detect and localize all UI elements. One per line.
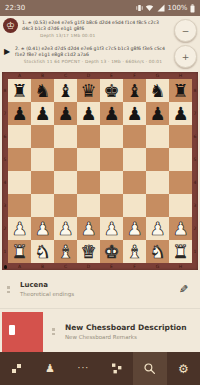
white-rook: ♜ <box>172 240 188 263</box>
white-pawn: ♟ <box>103 217 119 240</box>
square-f2[interactable]: ♟ <box>123 217 146 240</box>
square-b1[interactable]: ♞ <box>31 240 54 263</box>
red-thumbnail[interactable] <box>2 312 43 353</box>
square-e3[interactable] <box>100 194 123 217</box>
gear-icon: ⚙ <box>178 363 189 375</box>
black-pawn: ♟ <box>149 102 165 125</box>
black-pawn: ♟ <box>172 102 188 125</box>
more-tab[interactable]: ··· <box>67 352 100 385</box>
coord-label: 4 <box>2 171 8 194</box>
document-icon <box>9 325 15 335</box>
rank-labels-left: 87654321 <box>2 79 8 263</box>
square-e8[interactable]: ♚ <box>100 79 123 102</box>
square-g5[interactable] <box>146 148 169 171</box>
coord-label: E <box>100 72 123 79</box>
coord-label: H <box>169 263 192 270</box>
square-a8[interactable]: ♜ <box>8 79 31 102</box>
coord-label: 6 <box>2 125 8 148</box>
coord-label: B <box>31 263 54 270</box>
list-item-lucena[interactable]: Lucena Theoretical endings ✎ <box>0 272 200 308</box>
edit-pencil-icon[interactable]: ✎ <box>179 283 188 296</box>
square-b2[interactable]: ♟ <box>31 217 54 240</box>
square-a7[interactable]: ♟ <box>8 102 31 125</box>
black-pawn: ♟ <box>80 102 96 125</box>
clock: 22:30 <box>5 4 25 12</box>
square-f3[interactable] <box>123 194 146 217</box>
coord-label: D <box>77 263 100 270</box>
square-c7[interactable]: ♟ <box>54 102 77 125</box>
black-pawn: ♟ <box>103 102 119 125</box>
bottom-nav-bar: ♟ ··· ⚙ <box>0 352 200 385</box>
moves-tab[interactable] <box>100 352 133 385</box>
coord-label: F <box>123 263 146 270</box>
black-bishop: ♝ <box>57 79 73 102</box>
settings-tab[interactable]: ⚙ <box>167 352 200 385</box>
square-e4[interactable] <box>100 171 123 194</box>
square-b7[interactable]: ♟ <box>31 102 54 125</box>
square-a2[interactable]: ♟ <box>8 217 31 240</box>
white-knight: ♞ <box>149 240 165 263</box>
black-knight: ♞ <box>149 79 165 102</box>
white-pawn: ♟ <box>34 217 50 240</box>
side-to-move-indicator <box>4 265 8 269</box>
coord-label: G <box>146 72 169 79</box>
decrease-lines-button[interactable]: − <box>174 19 197 42</box>
square-d2[interactable]: ♟ <box>77 217 100 240</box>
square-f4[interactable] <box>123 171 146 194</box>
square-a1[interactable]: ♜ <box>8 240 31 263</box>
white-bishop: ♝ <box>126 240 142 263</box>
item-subtitle: Theoretical endings <box>20 291 74 297</box>
pieces-tab[interactable]: ♟ <box>33 352 66 385</box>
square-a5[interactable] <box>8 148 31 171</box>
search-icon <box>143 362 156 375</box>
coord-label: A <box>8 263 31 270</box>
square-c4[interactable] <box>54 171 77 194</box>
square-e2[interactable]: ♟ <box>100 217 123 240</box>
white-pawn: ♟ <box>11 217 27 240</box>
wifi-icon <box>145 4 154 12</box>
black-king: ♚ <box>103 79 119 102</box>
engine-line-2-moves: 2. ± (0.41) e2e3 d7d5 d2d4 e7e6 g1f3 c7c… <box>15 46 165 57</box>
coord-label: E <box>100 263 123 270</box>
black-pawn: ♟ <box>126 102 142 125</box>
square-h4[interactable] <box>169 171 192 194</box>
increase-lines-button[interactable]: + <box>174 45 197 68</box>
square-c6[interactable] <box>54 125 77 148</box>
square-h3[interactable] <box>169 194 192 217</box>
coord-label: B <box>31 72 54 79</box>
coord-label: 8 <box>192 79 198 102</box>
coord-label: H <box>169 72 192 79</box>
square-c8[interactable]: ♝ <box>54 79 77 102</box>
black-pawn: ♟ <box>34 102 50 125</box>
moves-icon <box>110 362 123 375</box>
square-h7[interactable]: ♟ <box>169 102 192 125</box>
black-rook: ♜ <box>11 79 27 102</box>
square-c2[interactable]: ♟ <box>54 217 77 240</box>
black-pawn: ♟ <box>11 102 27 125</box>
square-h5[interactable] <box>169 148 192 171</box>
white-queen: ♛ <box>80 240 96 263</box>
coord-label: 2 <box>2 217 8 240</box>
drag-handle-icon <box>52 328 55 335</box>
coord-label: C <box>54 72 77 79</box>
white-king-avatar-icon: ♔ <box>3 18 18 33</box>
coord-label: 3 <box>2 194 8 217</box>
square-b6[interactable] <box>31 125 54 148</box>
file-labels-top: ABCDEFGH <box>8 72 192 79</box>
square-a4[interactable] <box>8 171 31 194</box>
square-d6[interactable] <box>77 125 100 148</box>
square-f8[interactable]: ♝ <box>123 79 146 102</box>
square-b8[interactable]: ♞ <box>31 79 54 102</box>
engine-line-2[interactable]: 2. ± (0.41) e2e3 d7d5 d2d4 e7e6 g1f3 c7c… <box>15 46 171 64</box>
vibrate-icon <box>136 4 143 12</box>
coord-label: A <box>8 72 31 79</box>
board-grid: ♜♞♝♛♚♝♞♜♟♟♟♟♟♟♟♟♟♟♟♟♟♟♟♟♜♞♝♛♚♝♞♜ <box>8 79 192 263</box>
square-d1[interactable]: ♛ <box>77 240 100 263</box>
black-knight: ♞ <box>34 79 50 102</box>
play-icon[interactable]: ▶ <box>4 48 10 56</box>
item-title: New Chessboard Description <box>65 323 187 332</box>
white-knight: ♞ <box>34 240 50 263</box>
square-a6[interactable] <box>8 125 31 148</box>
chess-board: ABCDEFGH ABCDEFGH 87654321 87654321 ♜♞♝♛… <box>2 72 198 270</box>
coord-label: 7 <box>192 102 198 125</box>
coord-label: 6 <box>192 125 198 148</box>
battery-icon <box>190 4 195 13</box>
minus-label: − <box>182 26 190 36</box>
engine-line-1-info: Depth 13/17 1Mb 00:01 <box>40 33 170 39</box>
coord-label: G <box>146 263 169 270</box>
board-editor-tab[interactable] <box>0 352 33 385</box>
white-pawn: ♟ <box>172 217 188 240</box>
plus-label: + <box>182 52 190 62</box>
ellipsis-icon: ··· <box>78 364 90 373</box>
square-d8[interactable]: ♛ <box>77 79 100 102</box>
square-h8[interactable]: ♜ <box>169 79 192 102</box>
square-d7[interactable]: ♟ <box>77 102 100 125</box>
black-bishop: ♝ <box>126 79 142 102</box>
item-title: Lucena <box>20 281 74 289</box>
square-b3[interactable] <box>31 194 54 217</box>
chess-piece-icon: ♟ <box>45 363 55 374</box>
square-g3[interactable] <box>146 194 169 217</box>
square-e5[interactable] <box>100 148 123 171</box>
square-c1[interactable]: ♝ <box>54 240 77 263</box>
coord-label: F <box>123 72 146 79</box>
rank-labels-right: 87654321 <box>192 79 198 263</box>
coord-label: 3 <box>192 194 198 217</box>
square-g2[interactable]: ♟ <box>146 217 169 240</box>
list-item-new-chessboard[interactable]: New Chessboard Description New Chessboar… <box>0 308 200 353</box>
engine-line-1[interactable]: 1. ± (0.53) e2e4 e7e5 g1f3 b8c6 d2d4 e5d… <box>22 20 170 38</box>
white-pawn: ♟ <box>57 217 73 240</box>
square-g8[interactable]: ♞ <box>146 79 169 102</box>
square-a3[interactable] <box>8 194 31 217</box>
square-d4[interactable] <box>77 171 100 194</box>
coord-label: 5 <box>192 148 198 171</box>
square-c3[interactable] <box>54 194 77 217</box>
coord-label: C <box>54 263 77 270</box>
white-king: ♚ <box>103 240 119 263</box>
coord-label: 7 <box>2 102 8 125</box>
square-g4[interactable] <box>146 171 169 194</box>
file-labels-bottom: ABCDEFGH <box>8 263 192 270</box>
white-rook: ♜ <box>11 240 27 263</box>
engine-analysis-panel: ♔ 1. ± (0.53) e2e4 e7e5 g1f3 b8c6 d2d4 e… <box>0 16 200 70</box>
square-f1[interactable]: ♝ <box>123 240 146 263</box>
square-b4[interactable] <box>31 171 54 194</box>
square-f5[interactable] <box>123 148 146 171</box>
black-queen: ♛ <box>80 79 96 102</box>
avatar-piece-glyph: ♔ <box>6 20 15 31</box>
coord-label: 1 <box>192 240 198 263</box>
black-pawn: ♟ <box>57 102 73 125</box>
square-d5[interactable] <box>77 148 100 171</box>
square-e1[interactable]: ♚ <box>100 240 123 263</box>
coord-label: 4 <box>192 171 198 194</box>
square-e7[interactable]: ♟ <box>100 102 123 125</box>
square-h1[interactable]: ♜ <box>169 240 192 263</box>
square-h6[interactable] <box>169 125 192 148</box>
engine-status: Stockfish 11 64 POPCNT · Depth 13 · 1Mb … <box>15 59 171 65</box>
square-f7[interactable]: ♟ <box>123 102 146 125</box>
square-g6[interactable] <box>146 125 169 148</box>
coord-label: 5 <box>2 148 8 171</box>
drag-handle-icon <box>7 286 10 293</box>
coord-label: 8 <box>2 79 8 102</box>
black-rook: ♜ <box>172 79 188 102</box>
coord-label: 2 <box>192 217 198 240</box>
square-h2[interactable]: ♟ <box>169 217 192 240</box>
engine-line-1-moves: 1. ± (0.53) e2e4 e7e5 g1f3 b8c6 d2d4 e5d… <box>22 20 159 31</box>
square-g7[interactable]: ♟ <box>146 102 169 125</box>
board-editor-icon <box>10 362 23 375</box>
coord-label: 1 <box>2 240 8 263</box>
white-pawn: ♟ <box>126 217 142 240</box>
item-subtitle: New Chessboard Remarks <box>65 334 187 340</box>
square-e6[interactable] <box>100 125 123 148</box>
signal-icon <box>157 4 165 12</box>
search-tab[interactable] <box>133 352 166 385</box>
square-b5[interactable] <box>31 148 54 171</box>
square-d3[interactable] <box>77 194 100 217</box>
white-pawn: ♟ <box>80 217 96 240</box>
square-f6[interactable] <box>123 125 146 148</box>
white-bishop: ♝ <box>57 240 73 263</box>
square-c5[interactable] <box>54 148 77 171</box>
status-bar: 22:30 100% <box>0 0 200 16</box>
battery-percent: 100% <box>167 4 187 12</box>
coord-label: D <box>77 72 100 79</box>
square-g1[interactable]: ♞ <box>146 240 169 263</box>
white-pawn: ♟ <box>149 217 165 240</box>
